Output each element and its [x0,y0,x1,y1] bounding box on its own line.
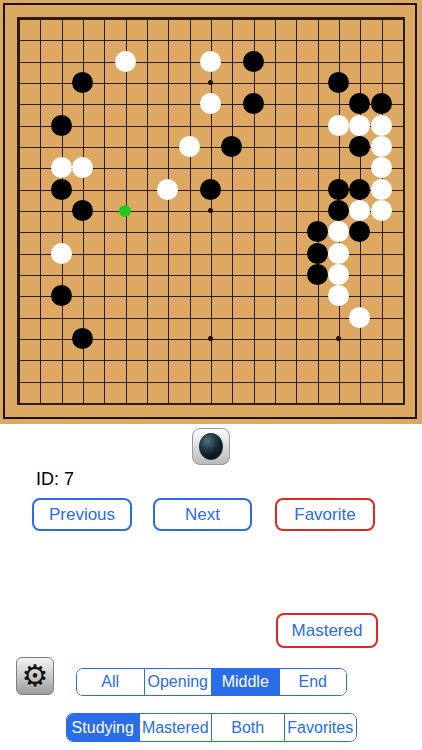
black-stone [349,221,370,242]
white-stone [349,307,370,328]
black-stone [349,93,370,114]
black-stone [243,93,264,114]
black-stone [307,221,328,242]
star-point [208,336,213,341]
white-stone [200,51,221,72]
favorite-button[interactable]: Favorite [275,498,375,531]
black-stone [72,328,93,349]
black-stone [349,136,370,157]
star-point [208,80,213,85]
black-stone [371,93,392,114]
segment-middle[interactable]: Middle [211,669,279,695]
white-stone [328,264,349,285]
star-point [336,336,341,341]
white-stone [157,179,178,200]
black-stone [72,200,93,221]
white-stone [51,157,72,178]
green-marker [119,205,131,217]
segment-studying[interactable]: Studying [67,714,139,741]
camera-icon [199,433,223,460]
white-stone [200,93,221,114]
segment-both[interactable]: Both [211,714,284,741]
white-stone [371,179,392,200]
black-stone [243,51,264,72]
phase-segmented-control: All Opening Middle End [76,668,347,696]
status-segmented-control: Studying Mastered Both Favorites [66,713,357,742]
black-stone [221,136,242,157]
segment-opening[interactable]: Opening [144,669,212,695]
segment-end[interactable]: End [279,669,347,695]
black-stone [51,115,72,136]
settings-button[interactable]: ⚙ [16,657,54,695]
black-stone [51,285,72,306]
white-stone [371,200,392,221]
black-stone [349,179,370,200]
white-stone [328,115,349,136]
white-stone [328,285,349,306]
segment-mastered[interactable]: Mastered [139,714,212,741]
white-stone [115,51,136,72]
camera-button[interactable] [192,428,230,465]
white-stone [328,243,349,264]
segment-all[interactable]: All [77,669,144,695]
stones-layer [8,8,413,413]
black-stone [328,72,349,93]
white-stone [179,136,200,157]
white-stone [51,243,72,264]
black-stone [328,179,349,200]
white-stone [328,221,349,242]
white-stone [371,115,392,136]
white-stone [371,136,392,157]
white-stone [349,200,370,221]
white-stone [72,157,93,178]
black-stone [328,200,349,221]
white-stone [349,115,370,136]
black-stone [51,179,72,200]
white-stone [371,157,392,178]
black-stone [72,72,93,93]
mastered-button[interactable]: Mastered [276,613,378,648]
previous-button[interactable]: Previous [32,498,132,531]
black-stone [307,264,328,285]
star-point [208,208,213,213]
segment-favorites[interactable]: Favorites [284,714,357,741]
black-stone [307,243,328,264]
problem-id-label: ID: 7 [36,469,74,490]
black-stone [200,179,221,200]
gear-icon: ⚙ [22,661,49,691]
go-board[interactable] [0,0,422,424]
next-button[interactable]: Next [153,498,252,531]
